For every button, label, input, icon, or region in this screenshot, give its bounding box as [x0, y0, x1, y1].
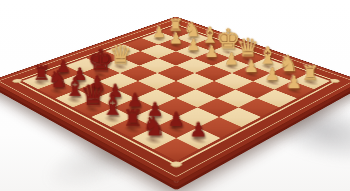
corner-inlay-dot [168, 160, 184, 168]
pawn-glyph: ♟ [169, 31, 183, 46]
pawn-glyph: ♟ [190, 121, 208, 141]
pawn-glyph: ♟ [265, 66, 280, 83]
piece-padauk-pawn-a2[interactable]: ♟ [176, 127, 221, 149]
rook-glyph: ♜ [302, 63, 320, 83]
pawn-glyph: ♟ [244, 58, 259, 75]
bishop-glyph: ♝ [100, 93, 124, 119]
pawn-glyph: ♟ [152, 25, 165, 40]
pawn-glyph: ♟ [287, 74, 303, 91]
rook-glyph: ♜ [122, 107, 142, 130]
pawn-glyph: ♟ [187, 37, 201, 53]
chess-set-product-photo: ♜♞♝♚♛♝♞♜♟♟♟♟♟♟♟♟♛♚♜♞♝♛♝♜♞♟♟♟♟♟♟♟♟ [0, 0, 350, 191]
pawn-glyph: ♟ [168, 110, 185, 129]
pawn-glyph: ♟ [205, 44, 219, 60]
corner-inlay-dot [329, 78, 342, 83]
king-glyph: ♚ [88, 46, 114, 75]
knight-glyph: ♞ [142, 114, 166, 141]
pawn-glyph: ♟ [224, 51, 239, 67]
